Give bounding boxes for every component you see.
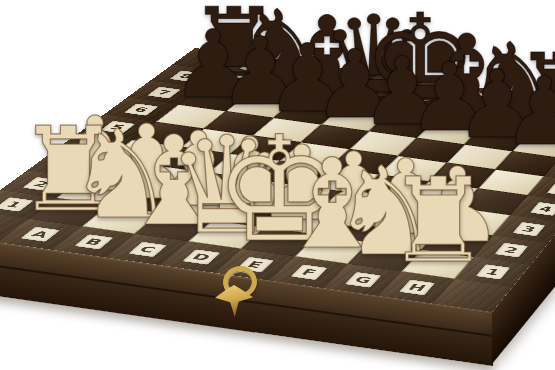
chess-set-photo: ABCDEFGH8877665544332211ABCDEFGH ♜♞♝♛♚♝♞… — [0, 0, 555, 370]
piece-black-pawn-h7[interactable]: ♟ — [502, 65, 555, 159]
rank-label-right-4: 4 — [530, 202, 555, 216]
piece-white-rook-h1[interactable]: ♜ — [386, 164, 491, 281]
rank-label-right-3: 3 — [512, 222, 545, 236]
rank-label-right-5: 5 — [547, 183, 555, 196]
brass-clasp — [207, 266, 259, 322]
